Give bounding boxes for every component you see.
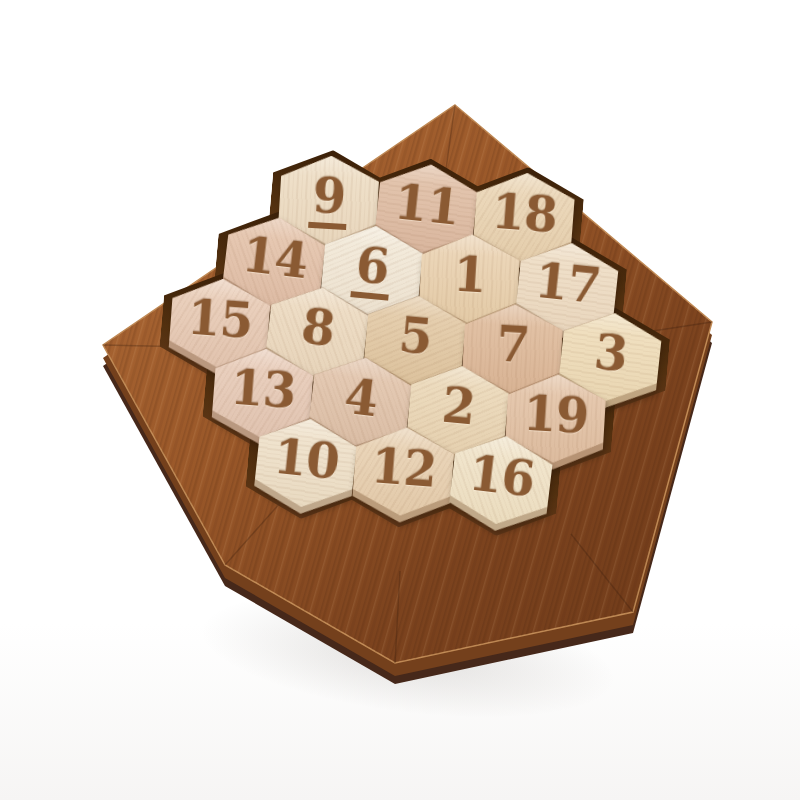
- tile-16[interactable]: 16: [447, 431, 556, 537]
- puzzle-photo-stage: 91118146117158573134219101216: [0, 0, 800, 800]
- tile-grid: 91118146117158573134219101216: [94, 65, 735, 615]
- tile-number: 10: [271, 431, 341, 495]
- tile-12[interactable]: 12: [351, 424, 456, 526]
- tile-number: 9: [308, 170, 350, 229]
- tile-number: 15: [185, 292, 254, 354]
- tile-number: 12: [369, 441, 438, 503]
- tile-number: 16: [466, 448, 537, 512]
- tile-10[interactable]: 10: [252, 414, 360, 519]
